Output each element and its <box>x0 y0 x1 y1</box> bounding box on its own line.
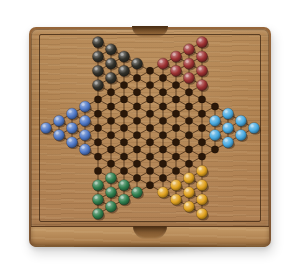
board-hole[interactable] <box>211 146 218 153</box>
board-hole[interactable] <box>146 67 153 74</box>
board-hole[interactable] <box>198 110 205 117</box>
board-hole[interactable] <box>107 146 114 153</box>
board-hole[interactable] <box>172 124 179 131</box>
board-hole[interactable] <box>120 167 127 174</box>
board-hole[interactable] <box>211 103 218 110</box>
peg-yellow[interactable] <box>183 201 196 213</box>
peg-light-blue[interactable] <box>248 122 261 134</box>
board-hole[interactable] <box>172 96 179 103</box>
board-hole[interactable] <box>159 74 166 81</box>
board-hole[interactable] <box>120 124 127 131</box>
board-hole[interactable] <box>133 89 140 96</box>
board-hole[interactable] <box>185 103 192 110</box>
peg-green[interactable] <box>105 187 118 199</box>
board-hole[interactable] <box>107 160 114 167</box>
board-hole[interactable] <box>120 153 127 160</box>
peg-yellow[interactable] <box>157 187 170 199</box>
board-hole[interactable] <box>172 81 179 88</box>
board-hole[interactable] <box>198 124 205 131</box>
board-hole[interactable] <box>146 167 153 174</box>
board-hole[interactable] <box>159 146 166 153</box>
peg-blue[interactable] <box>79 130 92 142</box>
peg-red[interactable] <box>196 65 209 77</box>
board-hole[interactable] <box>146 139 153 146</box>
peg-black[interactable] <box>118 51 131 63</box>
peg-red[interactable] <box>196 51 209 63</box>
peg-blue[interactable] <box>66 137 79 149</box>
board-hole[interactable] <box>185 117 192 124</box>
peg-green[interactable] <box>92 180 105 192</box>
peg-yellow[interactable] <box>170 180 183 192</box>
board-hole[interactable] <box>146 81 153 88</box>
peg-yellow[interactable] <box>170 194 183 206</box>
peg-black[interactable] <box>92 65 105 77</box>
peg-light-blue[interactable] <box>222 108 235 120</box>
peg-blue[interactable] <box>79 115 92 127</box>
board-hole[interactable] <box>94 124 101 131</box>
peg-red[interactable] <box>183 44 196 56</box>
board-hole[interactable] <box>146 110 153 117</box>
peg-blue[interactable] <box>66 108 79 120</box>
photo-background <box>0 0 300 264</box>
peg-yellow[interactable] <box>196 165 209 177</box>
board-hole[interactable] <box>133 103 140 110</box>
board-hole[interactable] <box>133 160 140 167</box>
peg-black[interactable] <box>92 80 105 92</box>
board-hole[interactable] <box>94 110 101 117</box>
board-hole[interactable] <box>172 139 179 146</box>
board-hole[interactable] <box>159 131 166 138</box>
peg-red[interactable] <box>183 58 196 70</box>
board-hole[interactable] <box>185 146 192 153</box>
peg-red[interactable] <box>196 80 209 92</box>
peg-black[interactable] <box>131 58 144 70</box>
peg-green[interactable] <box>131 187 144 199</box>
board-hole[interactable] <box>159 89 166 96</box>
board-hole[interactable] <box>198 139 205 146</box>
peg-red[interactable] <box>170 65 183 77</box>
peg-black[interactable] <box>105 44 118 56</box>
peg-green[interactable] <box>92 194 105 206</box>
peg-light-blue[interactable] <box>222 137 235 149</box>
board-hole[interactable] <box>133 131 140 138</box>
board-hole[interactable] <box>172 167 179 174</box>
peg-red[interactable] <box>157 58 170 70</box>
peg-yellow[interactable] <box>183 172 196 184</box>
board-hole[interactable] <box>146 182 153 189</box>
board-hole[interactable] <box>133 146 140 153</box>
peg-light-blue[interactable] <box>235 115 248 127</box>
board-hole[interactable] <box>172 153 179 160</box>
peg-blue[interactable] <box>53 130 66 142</box>
peg-yellow[interactable] <box>196 194 209 206</box>
peg-black[interactable] <box>105 72 118 84</box>
board-hole[interactable] <box>159 160 166 167</box>
peg-yellow[interactable] <box>196 208 209 220</box>
peg-light-blue[interactable] <box>209 130 222 142</box>
peg-light-blue[interactable] <box>209 115 222 127</box>
peg-black[interactable] <box>105 58 118 70</box>
peg-green[interactable] <box>118 194 131 206</box>
board-hole[interactable] <box>107 89 114 96</box>
board-hole[interactable] <box>120 96 127 103</box>
board-hole[interactable] <box>146 124 153 131</box>
board-hole[interactable] <box>120 139 127 146</box>
peg-black[interactable] <box>92 37 105 49</box>
peg-green[interactable] <box>118 180 131 192</box>
peg-blue[interactable] <box>66 122 79 134</box>
board-hole[interactable] <box>198 96 205 103</box>
board-hole[interactable] <box>107 103 114 110</box>
peg-yellow[interactable] <box>196 180 209 192</box>
board-hole[interactable] <box>185 160 192 167</box>
peg-green[interactable] <box>92 208 105 220</box>
board-hole[interactable] <box>146 96 153 103</box>
board-hole[interactable] <box>185 131 192 138</box>
board-hole[interactable] <box>198 153 205 160</box>
peg-blue[interactable] <box>53 115 66 127</box>
board-hole[interactable] <box>94 153 101 160</box>
peg-black[interactable] <box>118 65 131 77</box>
board-hole[interactable] <box>133 117 140 124</box>
board-hole[interactable] <box>120 110 127 117</box>
board-hole[interactable] <box>146 153 153 160</box>
peg-blue[interactable] <box>79 101 92 113</box>
board-hole[interactable] <box>107 131 114 138</box>
board-hole[interactable] <box>185 89 192 96</box>
board-hole[interactable] <box>159 103 166 110</box>
peg-red[interactable] <box>196 37 209 49</box>
peg-light-blue[interactable] <box>235 130 248 142</box>
peg-blue[interactable] <box>40 122 53 134</box>
board-hole[interactable] <box>94 96 101 103</box>
board-hole[interactable] <box>133 174 140 181</box>
chinese-checkers-board <box>0 0 300 264</box>
peg-blue[interactable] <box>79 144 92 156</box>
board-hole[interactable] <box>159 117 166 124</box>
board-hole[interactable] <box>159 174 166 181</box>
peg-green[interactable] <box>105 201 118 213</box>
peg-green[interactable] <box>105 172 118 184</box>
peg-light-blue[interactable] <box>222 122 235 134</box>
peg-yellow[interactable] <box>183 187 196 199</box>
board-hole[interactable] <box>94 139 101 146</box>
board-hole[interactable] <box>94 167 101 174</box>
board-hole[interactable] <box>133 74 140 81</box>
peg-red[interactable] <box>170 51 183 63</box>
board-hole[interactable] <box>172 110 179 117</box>
board-hole[interactable] <box>107 117 114 124</box>
peg-red[interactable] <box>183 72 196 84</box>
board-hole[interactable] <box>120 81 127 88</box>
peg-black[interactable] <box>92 51 105 63</box>
